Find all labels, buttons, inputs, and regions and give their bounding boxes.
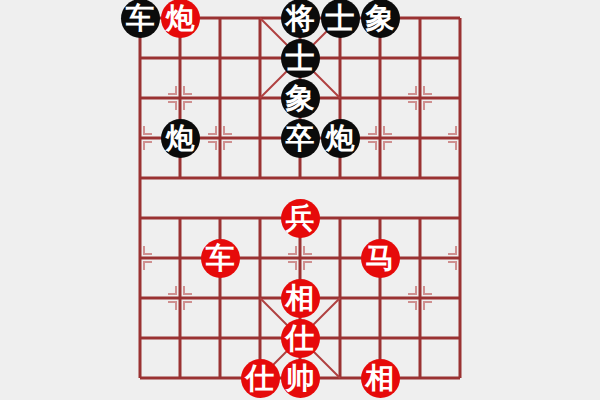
piece-black-cannon[interactable]: 炮 <box>161 119 200 158</box>
piece-red-elephant[interactable]: 相 <box>361 359 400 398</box>
piece-black-chariot[interactable]: 车 <box>121 0 160 38</box>
piece-red-cannon[interactable]: 炮 <box>161 0 200 38</box>
piece-red-general[interactable]: 帅 <box>281 359 320 398</box>
piece-red-pawn[interactable]: 兵 <box>281 199 320 238</box>
piece-black-advisor[interactable]: 士 <box>321 0 360 38</box>
piece-black-cannon[interactable]: 炮 <box>321 119 360 158</box>
piece-black-advisor[interactable]: 士 <box>281 39 320 78</box>
piece-red-elephant[interactable]: 相 <box>281 279 320 318</box>
piece-black-pawn[interactable]: 卒 <box>281 119 320 158</box>
piece-red-chariot[interactable]: 车 <box>201 239 240 278</box>
pieces-layer: 车炮将士象士象炮卒炮兵车马相仕仕帅相 <box>0 0 600 400</box>
piece-red-horse[interactable]: 马 <box>361 239 400 278</box>
xiangqi-board: 车炮将士象士象炮卒炮兵车马相仕仕帅相 <box>0 0 600 400</box>
piece-red-advisor[interactable]: 仕 <box>281 319 320 358</box>
piece-black-elephant[interactable]: 象 <box>281 79 320 118</box>
piece-red-advisor[interactable]: 仕 <box>241 359 280 398</box>
piece-black-elephant[interactable]: 象 <box>361 0 400 38</box>
piece-black-general[interactable]: 将 <box>281 0 320 38</box>
